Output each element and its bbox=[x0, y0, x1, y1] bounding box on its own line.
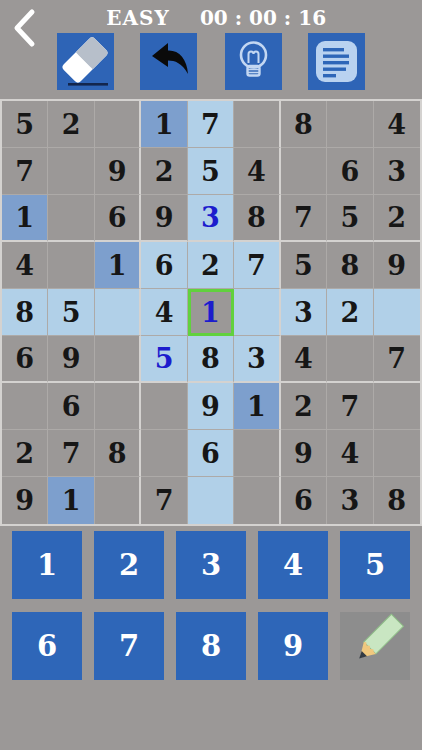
hint-button[interactable] bbox=[225, 33, 282, 90]
cell-r5c8[interactable]: 2 bbox=[327, 289, 373, 336]
cell-r7c3[interactable] bbox=[95, 383, 141, 430]
numpad-6[interactable]: 6 bbox=[12, 612, 82, 680]
cell-r6c7[interactable]: 4 bbox=[281, 336, 327, 383]
cell-r2c7[interactable] bbox=[281, 148, 327, 195]
cell-r6c1[interactable]: 6 bbox=[2, 336, 48, 383]
cell-r1c9[interactable]: 4 bbox=[374, 101, 420, 148]
cell-r2c3[interactable]: 9 bbox=[95, 148, 141, 195]
cell-r9c7[interactable]: 6 bbox=[281, 477, 327, 524]
cell-r4c3[interactable]: 1 bbox=[95, 242, 141, 289]
cell-r7c4[interactable] bbox=[141, 383, 187, 430]
cell-r4c6[interactable]: 7 bbox=[234, 242, 280, 289]
sudoku-app: EASY 00 : 00 : 16 bbox=[0, 0, 422, 750]
cell-r5c5[interactable]: 1 bbox=[188, 289, 234, 336]
cell-r8c8[interactable]: 4 bbox=[327, 430, 373, 477]
back-chevron-icon[interactable] bbox=[8, 6, 42, 50]
cell-r8c9[interactable] bbox=[374, 430, 420, 477]
cell-r3c5[interactable]: 3 bbox=[188, 195, 234, 242]
cell-r6c3[interactable] bbox=[95, 336, 141, 383]
pencil-icon bbox=[340, 612, 410, 680]
cell-r2c6[interactable]: 4 bbox=[234, 148, 280, 195]
cell-r9c6[interactable] bbox=[234, 477, 280, 524]
cell-r5c9[interactable] bbox=[374, 289, 420, 336]
numpad-8[interactable]: 8 bbox=[176, 612, 246, 680]
cell-r3c6[interactable]: 8 bbox=[234, 195, 280, 242]
cell-r1c4[interactable]: 1 bbox=[141, 101, 187, 148]
cell-r8c6[interactable] bbox=[234, 430, 280, 477]
cell-r4c5[interactable]: 2 bbox=[188, 242, 234, 289]
cell-r5c4[interactable]: 4 bbox=[141, 289, 187, 336]
cell-r4c1[interactable]: 4 bbox=[2, 242, 48, 289]
timer-display: 00 : 00 : 16 bbox=[198, 6, 328, 30]
cell-r3c4[interactable]: 9 bbox=[141, 195, 187, 242]
cell-r1c7[interactable]: 8 bbox=[281, 101, 327, 148]
cell-r5c1[interactable]: 8 bbox=[2, 289, 48, 336]
cell-r4c2[interactable] bbox=[48, 242, 94, 289]
cell-r4c7[interactable]: 5 bbox=[281, 242, 327, 289]
cell-r7c1[interactable] bbox=[2, 383, 48, 430]
cell-r4c4[interactable]: 6 bbox=[141, 242, 187, 289]
cell-r9c1[interactable]: 9 bbox=[2, 477, 48, 524]
numpad-4[interactable]: 4 bbox=[258, 531, 328, 599]
cell-r3c3[interactable]: 6 bbox=[95, 195, 141, 242]
numpad-5[interactable]: 5 bbox=[340, 531, 410, 599]
undo-button[interactable] bbox=[140, 33, 197, 90]
cell-r7c8[interactable]: 7 bbox=[327, 383, 373, 430]
numpad-1[interactable]: 1 bbox=[12, 531, 82, 599]
cell-r3c1[interactable]: 1 bbox=[2, 195, 48, 242]
cell-r8c4[interactable] bbox=[141, 430, 187, 477]
cell-r2c4[interactable]: 2 bbox=[141, 148, 187, 195]
cell-r6c5[interactable]: 8 bbox=[188, 336, 234, 383]
cell-r5c7[interactable]: 3 bbox=[281, 289, 327, 336]
cell-r7c6[interactable]: 1 bbox=[234, 383, 280, 430]
cell-r8c5[interactable]: 6 bbox=[188, 430, 234, 477]
undo-arrow-icon bbox=[140, 33, 197, 90]
numpad-2[interactable]: 2 bbox=[94, 531, 164, 599]
numpad-3[interactable]: 3 bbox=[176, 531, 246, 599]
cell-r2c9[interactable]: 3 bbox=[374, 148, 420, 195]
difficulty-label: EASY bbox=[92, 6, 184, 30]
cell-r5c3[interactable] bbox=[95, 289, 141, 336]
cell-r3c7[interactable]: 7 bbox=[281, 195, 327, 242]
notes-button[interactable] bbox=[308, 33, 365, 90]
cell-r8c2[interactable]: 7 bbox=[48, 430, 94, 477]
numpad-7[interactable]: 7 bbox=[94, 612, 164, 680]
cell-r1c3[interactable] bbox=[95, 101, 141, 148]
cell-r9c9[interactable]: 8 bbox=[374, 477, 420, 524]
eraser-button[interactable] bbox=[57, 33, 114, 90]
cell-r9c2[interactable]: 1 bbox=[48, 477, 94, 524]
cell-r3c2[interactable] bbox=[48, 195, 94, 242]
cell-r4c9[interactable]: 9 bbox=[374, 242, 420, 289]
cell-r8c3[interactable]: 8 bbox=[95, 430, 141, 477]
cell-r1c5[interactable]: 7 bbox=[188, 101, 234, 148]
cell-r1c1[interactable]: 5 bbox=[2, 101, 48, 148]
cell-r6c6[interactable]: 3 bbox=[234, 336, 280, 383]
cell-r7c2[interactable]: 6 bbox=[48, 383, 94, 430]
cell-r2c8[interactable]: 6 bbox=[327, 148, 373, 195]
cell-r7c5[interactable]: 9 bbox=[188, 383, 234, 430]
cell-r2c2[interactable] bbox=[48, 148, 94, 195]
eraser-icon bbox=[57, 33, 114, 90]
cell-r5c6[interactable] bbox=[234, 289, 280, 336]
cell-r8c7[interactable]: 9 bbox=[281, 430, 327, 477]
cell-r5c2[interactable]: 5 bbox=[48, 289, 94, 336]
cell-r1c2[interactable]: 2 bbox=[48, 101, 94, 148]
cell-r3c9[interactable]: 2 bbox=[374, 195, 420, 242]
cell-r7c9[interactable] bbox=[374, 383, 420, 430]
cell-r1c6[interactable] bbox=[234, 101, 280, 148]
cell-r6c9[interactable]: 7 bbox=[374, 336, 420, 383]
cell-r2c5[interactable]: 5 bbox=[188, 148, 234, 195]
cell-r9c3[interactable] bbox=[95, 477, 141, 524]
numpad-9[interactable]: 9 bbox=[258, 612, 328, 680]
cell-r4c8[interactable]: 8 bbox=[327, 242, 373, 289]
notes-lines-icon bbox=[308, 33, 365, 90]
cell-r2c1[interactable]: 7 bbox=[2, 148, 48, 195]
lightbulb-icon bbox=[225, 33, 282, 90]
cell-r9c8[interactable]: 3 bbox=[327, 477, 373, 524]
cell-r1c8[interactable] bbox=[327, 101, 373, 148]
cell-r9c4[interactable]: 7 bbox=[141, 477, 187, 524]
sudoku-board: 5217847925463169387524162758985413269583… bbox=[0, 99, 422, 526]
pencil-mode-button[interactable] bbox=[340, 612, 410, 680]
cell-r8c1[interactable]: 2 bbox=[2, 430, 48, 477]
cell-r3c8[interactable]: 5 bbox=[327, 195, 373, 242]
cell-r6c8[interactable] bbox=[327, 336, 373, 383]
cell-r6c4[interactable]: 5 bbox=[141, 336, 187, 383]
cell-r6c2[interactable]: 9 bbox=[48, 336, 94, 383]
cell-r9c5[interactable] bbox=[188, 477, 234, 524]
cell-r7c7[interactable]: 2 bbox=[281, 383, 327, 430]
